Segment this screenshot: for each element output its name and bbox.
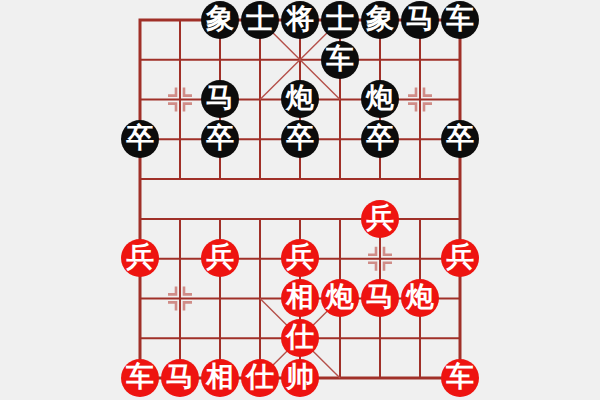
piece-red-elephant[interactable]: 相 [281,279,319,317]
piece-black-horse[interactable]: 马 [401,1,439,39]
piece-black-soldier[interactable]: 卒 [121,120,159,158]
piece-black-horse[interactable]: 马 [201,80,239,118]
piece-black-chariot[interactable]: 车 [441,1,479,39]
piece-red-chariot[interactable]: 车 [441,359,479,397]
piece-red-advisor[interactable]: 仕 [241,359,279,397]
piece-red-soldier[interactable]: 兵 [121,239,159,277]
board-grid: 象士将士象马车车马炮炮卒卒卒卒卒兵兵兵兵兵相炮马炮仕车马相仕帅车 [120,0,480,398]
piece-black-cannon[interactable]: 炮 [281,80,319,118]
piece-black-chariot[interactable]: 车 [321,41,359,79]
piece-black-soldier[interactable]: 卒 [441,120,479,158]
piece-red-horse[interactable]: 马 [161,359,199,397]
piece-red-cannon[interactable]: 炮 [401,279,439,317]
piece-black-soldier[interactable]: 卒 [361,120,399,158]
piece-red-chariot[interactable]: 车 [121,359,159,397]
piece-red-soldier[interactable]: 兵 [441,239,479,277]
piece-red-soldier[interactable]: 兵 [201,239,239,277]
piece-red-soldier[interactable]: 兵 [281,239,319,277]
piece-black-advisor[interactable]: 士 [321,1,359,39]
piece-black-advisor[interactable]: 士 [241,1,279,39]
piece-red-horse[interactable]: 马 [361,279,399,317]
piece-red-soldier[interactable]: 兵 [361,200,399,238]
piece-black-general[interactable]: 将 [281,1,319,39]
piece-black-elephant[interactable]: 象 [201,1,239,39]
piece-black-cannon[interactable]: 炮 [361,80,399,118]
piece-red-general[interactable]: 帅 [281,359,319,397]
xiangqi-board: 象士将士象马车车马炮炮卒卒卒卒卒兵兵兵兵兵相炮马炮仕车马相仕帅车 [0,0,600,400]
piece-red-elephant[interactable]: 相 [201,359,239,397]
piece-red-advisor[interactable]: 仕 [281,319,319,357]
piece-black-soldier[interactable]: 卒 [281,120,319,158]
piece-black-soldier[interactable]: 卒 [201,120,239,158]
piece-black-elephant[interactable]: 象 [361,1,399,39]
piece-red-cannon[interactable]: 炮 [321,279,359,317]
